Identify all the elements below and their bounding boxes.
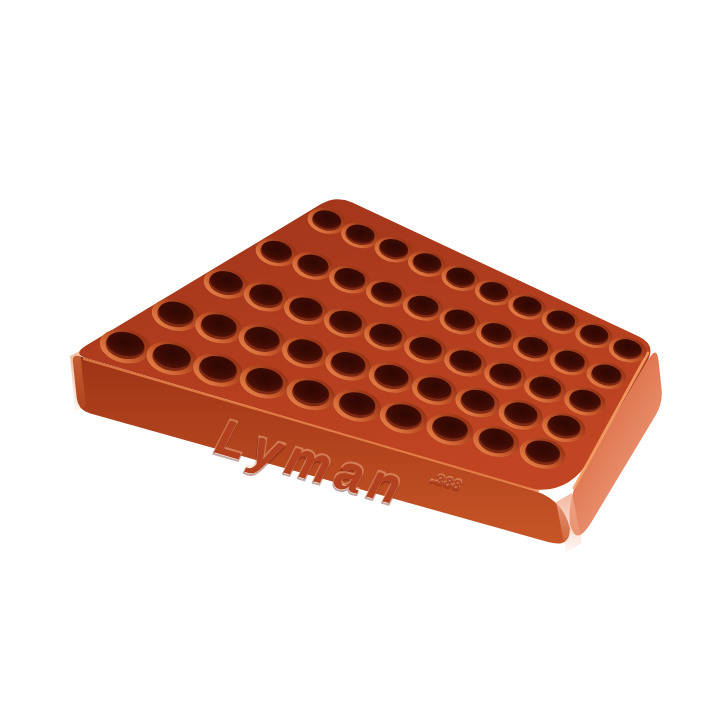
loading-block-photo: Lyman Lyman Lyman .388 .388 .388	[0, 0, 720, 720]
photo-canvas: Lyman Lyman Lyman .388 .388 .388	[0, 0, 720, 720]
